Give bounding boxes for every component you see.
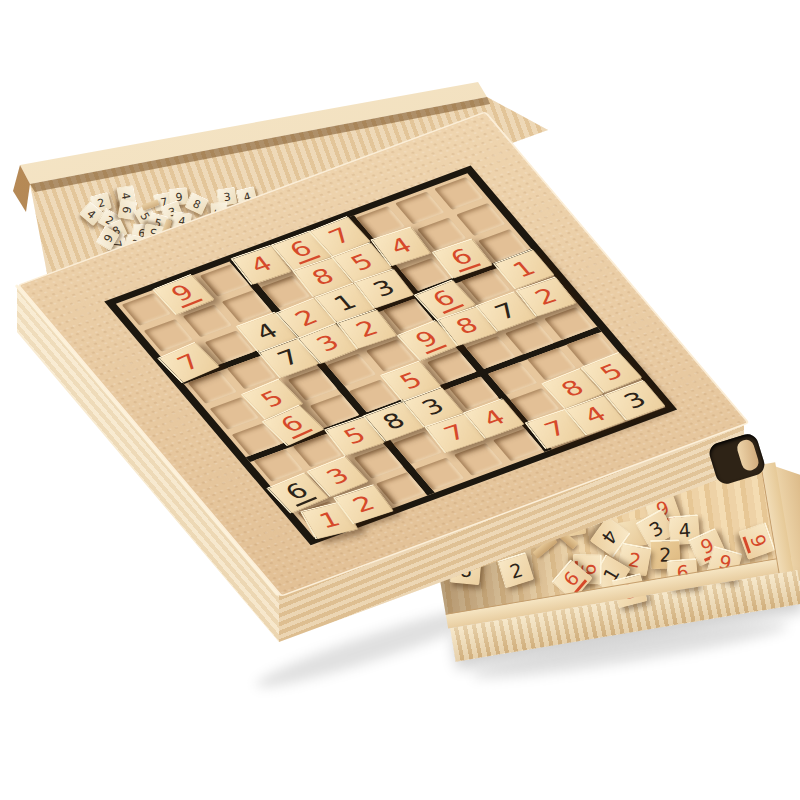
tile-digit: 1 [509,258,540,281]
tile-digit: 4 [479,407,510,430]
tile-digit: 7 [540,418,571,441]
tile-digit: 1 [330,291,361,314]
tile-digit: 4 [246,253,277,276]
tile-digit: 4 [386,235,416,258]
tile-digit: 9 [409,327,447,354]
tile-digit: 1 [316,509,344,532]
tile-digit: 2 [508,560,525,582]
tile-digit: 8 [452,314,483,337]
tile-digit: 7 [273,346,304,369]
tile-digit: 6 [445,245,481,272]
tile-digit: 3 [322,465,354,489]
tile-digit: 3 [369,277,400,300]
tile-digit: 7 [491,300,522,323]
tile-digit: 5 [596,361,628,385]
tile-digit: 5 [257,387,289,411]
tile-digit: 9 [743,530,770,553]
tile-digit: 2 [352,317,383,340]
tile-digit: 7 [440,421,471,444]
tile-digit: 6 [279,479,317,506]
tile-digit: 5 [396,369,427,392]
tile-digit: 5 [347,251,378,274]
tile-digit: 4 [598,526,620,547]
tile-digit: 2 [349,493,379,516]
tile-digit: 4 [85,208,97,221]
product-photo-wooden-sudoku: 244798342653543865729 9434292196928693 9… [0,0,800,800]
tile-digit: 6 [426,286,464,313]
tile-digit: 4 [678,521,692,541]
drawer-pull[interactable] [735,438,760,473]
tile-digit: 8 [379,410,410,433]
tile-digit: 3 [418,395,449,418]
tile-digit: 8 [557,377,589,401]
tile-digit: 7 [324,225,356,249]
tile-digit: 5 [340,424,371,447]
tile-digit: 4 [251,320,282,343]
tile-digit: 6 [121,206,133,215]
tile-digit: 9 [165,281,203,308]
tile-digit: 8 [308,265,339,288]
tile-digit: 4 [580,404,611,427]
tile-digit: 2 [291,306,323,330]
tile-digit: 3 [646,518,666,540]
tile-digit: 3 [620,389,651,412]
tile-digit: 6 [284,237,321,264]
tile-digit: 2 [531,285,562,308]
tile-digit: 6 [274,412,313,439]
tile-digit: 7 [173,351,205,375]
tile-digit: 9 [102,233,115,245]
tile-digit: 8 [191,198,202,211]
tile-digit: 3 [312,332,344,356]
